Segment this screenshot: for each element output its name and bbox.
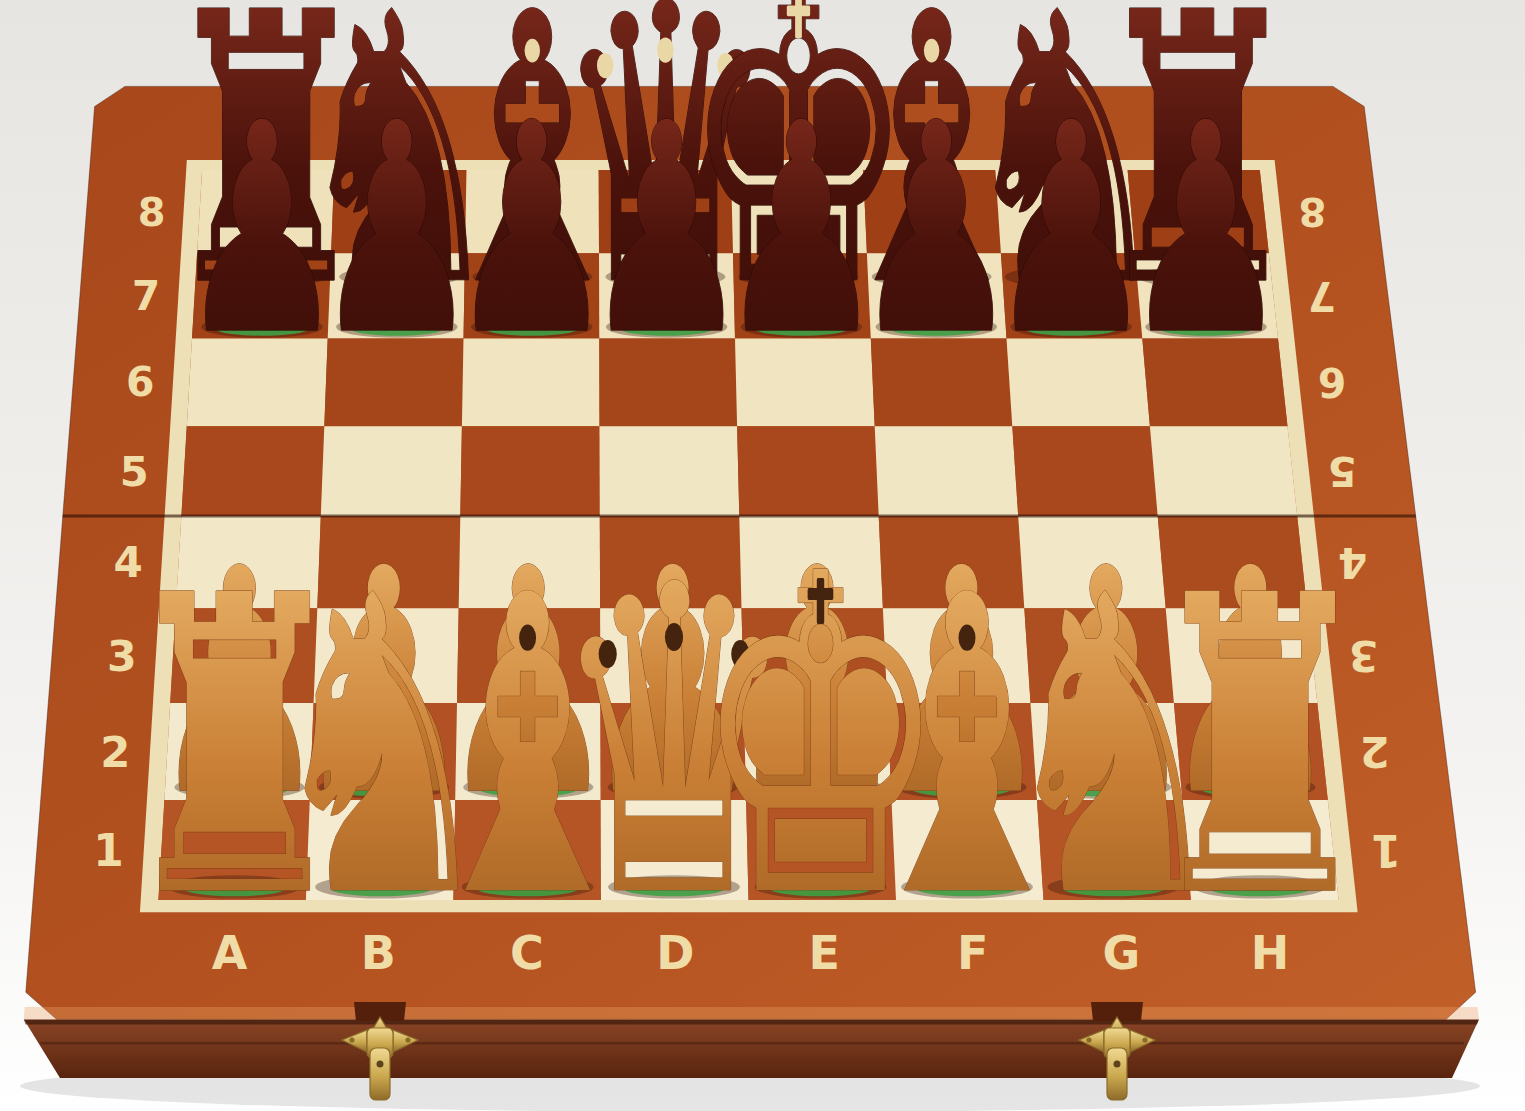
box-half-seam xyxy=(40,1042,1464,1045)
scene-canvas: 8877665544332211ABCDEFGH♜♞♝♛♚♝♞♜♟♟♟♟♟♟♟♟… xyxy=(0,0,1525,1111)
latch-tongue xyxy=(370,1048,390,1100)
piece-white-rook-h1[interactable]: ♜ xyxy=(1141,509,1380,987)
latch-hole xyxy=(1114,1061,1121,1068)
queen-crown-ball xyxy=(665,623,683,651)
rank-label-right-7: 7 xyxy=(1308,272,1336,320)
piece-glyph-group: ♜ xyxy=(1141,509,1380,987)
box-lid-seam xyxy=(24,1019,1479,1024)
latch-screw xyxy=(405,1037,410,1042)
rank-label-right-5: 5 xyxy=(1328,447,1357,496)
rank-label-left-5: 5 xyxy=(120,447,149,496)
piece-black-pawn-h7[interactable]: ♟ xyxy=(1122,61,1291,399)
bishop-tip-finial xyxy=(924,39,939,63)
latch-screw xyxy=(349,1037,354,1042)
latch-screw xyxy=(1086,1037,1091,1042)
king-cross-horizontal xyxy=(808,588,834,600)
latch-screw xyxy=(1142,1037,1147,1042)
latch-hole xyxy=(377,1061,384,1068)
bishop-tip-finial xyxy=(958,625,975,651)
queen-crown-ball xyxy=(657,37,674,62)
bishop-tip-finial xyxy=(519,625,536,651)
bishop-tip-finial xyxy=(525,39,540,63)
rank-label-left-6: 6 xyxy=(126,358,155,406)
rank-label-right-6: 6 xyxy=(1318,358,1347,406)
latch-tongue xyxy=(1107,1048,1127,1100)
piece-glyph-group: ♟ xyxy=(1122,61,1291,399)
king-cross-vertical xyxy=(817,578,824,624)
black-pawn-glyph: ♟ xyxy=(1122,61,1291,399)
white-rook-glyph: ♜ xyxy=(1141,509,1380,987)
front-edge-bevel xyxy=(24,1007,1479,1020)
rank-label-left-7: 7 xyxy=(132,272,160,320)
chess-set-photo: 8877665544332211ABCDEFGH♜♞♝♛♚♝♞♜♟♟♟♟♟♟♟♟… xyxy=(0,0,1525,1111)
king-cross-horizontal xyxy=(787,6,810,17)
box-side xyxy=(24,1019,1479,1078)
queen-crown-ball xyxy=(599,640,617,668)
